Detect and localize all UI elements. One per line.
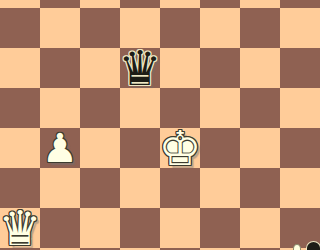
partial-piece-fragment-light[interactable] bbox=[293, 244, 301, 250]
square-e7[interactable] bbox=[160, 8, 200, 48]
square-g7[interactable] bbox=[240, 8, 280, 48]
chess-board: ♛♟♚♛ bbox=[0, 0, 320, 250]
square-f3[interactable] bbox=[200, 168, 240, 208]
square-c4[interactable] bbox=[80, 128, 120, 168]
black-queen-d6[interactable]: ♛ bbox=[120, 48, 160, 88]
square-c7[interactable] bbox=[80, 8, 120, 48]
square-d4[interactable] bbox=[120, 128, 160, 168]
square-f4[interactable] bbox=[200, 128, 240, 168]
square-e8[interactable] bbox=[160, 0, 200, 8]
square-a4[interactable] bbox=[0, 128, 40, 168]
square-h3[interactable] bbox=[280, 168, 320, 208]
square-h6[interactable] bbox=[280, 48, 320, 88]
square-b6[interactable] bbox=[40, 48, 80, 88]
white-queen-a2[interactable]: ♛ bbox=[0, 208, 40, 248]
square-g3[interactable] bbox=[240, 168, 280, 208]
square-b5[interactable] bbox=[40, 88, 80, 128]
square-h7[interactable] bbox=[280, 8, 320, 48]
square-a8[interactable] bbox=[0, 0, 40, 8]
square-c5[interactable] bbox=[80, 88, 120, 128]
square-f6[interactable] bbox=[200, 48, 240, 88]
square-h5[interactable] bbox=[280, 88, 320, 128]
square-c2[interactable] bbox=[80, 208, 120, 248]
square-c3[interactable] bbox=[80, 168, 120, 208]
square-c6[interactable] bbox=[80, 48, 120, 88]
square-b7[interactable] bbox=[40, 8, 80, 48]
square-d8[interactable] bbox=[120, 0, 160, 8]
square-a6[interactable] bbox=[0, 48, 40, 88]
white-pawn-b4[interactable]: ♟ bbox=[40, 128, 80, 168]
partial-piece-fragment-black-king[interactable] bbox=[306, 241, 320, 250]
square-d2[interactable] bbox=[120, 208, 160, 248]
square-f8[interactable] bbox=[200, 0, 240, 8]
square-h4[interactable] bbox=[280, 128, 320, 168]
square-d3[interactable] bbox=[120, 168, 160, 208]
square-g6[interactable] bbox=[240, 48, 280, 88]
square-a5[interactable] bbox=[0, 88, 40, 128]
chess-board-viewport: ♛♟♚♛ bbox=[0, 0, 320, 250]
square-g4[interactable] bbox=[240, 128, 280, 168]
square-b8[interactable] bbox=[40, 0, 80, 8]
square-b2[interactable] bbox=[40, 208, 80, 248]
square-c8[interactable] bbox=[80, 0, 120, 8]
white-king-e4[interactable]: ♚ bbox=[160, 128, 200, 168]
square-g5[interactable] bbox=[240, 88, 280, 128]
square-f5[interactable] bbox=[200, 88, 240, 128]
square-g2[interactable] bbox=[240, 208, 280, 248]
square-f2[interactable] bbox=[200, 208, 240, 248]
square-a7[interactable] bbox=[0, 8, 40, 48]
square-b3[interactable] bbox=[40, 168, 80, 208]
square-e2[interactable] bbox=[160, 208, 200, 248]
square-e6[interactable] bbox=[160, 48, 200, 88]
square-h8[interactable] bbox=[280, 0, 320, 8]
square-f7[interactable] bbox=[200, 8, 240, 48]
square-g8[interactable] bbox=[240, 0, 280, 8]
